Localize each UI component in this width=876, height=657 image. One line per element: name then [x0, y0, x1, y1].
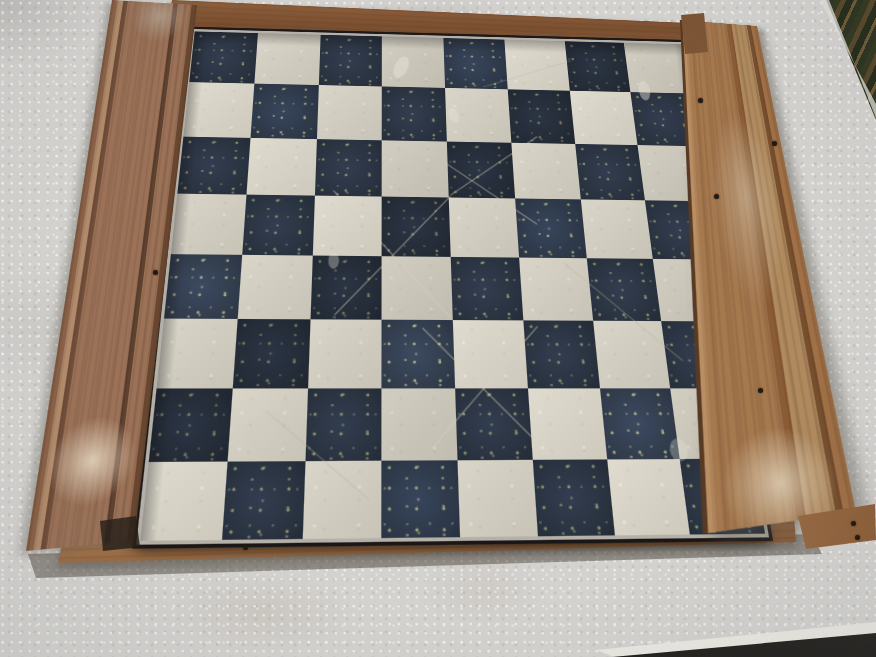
square-r6c7 [593, 321, 671, 388]
square-r7c5 [455, 388, 532, 460]
square-r6c2 [233, 319, 310, 388]
square-r1c6 [504, 40, 569, 91]
square-r3c4 [382, 140, 449, 197]
square-r5c2 [237, 255, 312, 320]
square-r3c3 [314, 139, 382, 197]
square-r2c5 [445, 88, 511, 142]
square-r8c7 [607, 459, 690, 536]
nail-hole [243, 545, 248, 550]
nail-hole [714, 194, 719, 199]
square-r4c4 [382, 196, 451, 257]
square-r4c6 [515, 198, 586, 258]
square-r7c2 [227, 388, 307, 461]
square-r3c2 [246, 137, 316, 195]
square-r7c3 [305, 388, 382, 461]
square-r8c6 [532, 459, 614, 536]
square-r2c3 [316, 85, 382, 140]
nail-hole [153, 270, 158, 275]
square-r2c4 [382, 87, 447, 141]
square-r4c1 [171, 193, 246, 254]
square-r3c5 [447, 141, 515, 198]
square-r1c3 [318, 35, 382, 87]
square-r1c7 [564, 41, 630, 92]
square-r5c5 [451, 257, 523, 321]
square-r2c2 [250, 84, 318, 139]
nail-hole [772, 141, 777, 146]
square-r4c2 [242, 194, 314, 255]
nail-hole [855, 535, 860, 540]
square-r6c3 [308, 320, 382, 388]
square-r5c1 [164, 254, 242, 319]
square-r6c1 [157, 319, 238, 388]
square-r5c3 [310, 256, 382, 320]
square-r1c2 [254, 33, 320, 85]
nail-hole [758, 388, 763, 393]
square-r8c1 [140, 461, 227, 541]
square-r1c5 [443, 38, 507, 90]
nail-hole [698, 98, 703, 103]
square-r5c4 [382, 256, 453, 320]
square-r8c4 [382, 460, 461, 538]
checkerboard [136, 29, 769, 545]
square-r7c6 [528, 388, 607, 460]
square-r2c6 [508, 90, 575, 144]
square-r5c7 [586, 258, 661, 321]
square-r4c5 [449, 197, 519, 257]
nail-hole [851, 521, 856, 526]
photo-scene: { "meta": { "type": "photograph", "descr… [0, 0, 876, 657]
board-grid [140, 31, 765, 540]
square-r3c6 [511, 142, 580, 199]
square-r7c4 [382, 388, 458, 461]
square-r8c2 [222, 461, 305, 540]
square-r8c5 [458, 460, 538, 538]
square-r8c3 [302, 460, 382, 539]
square-r3c7 [575, 143, 645, 200]
square-r6c6 [523, 321, 599, 388]
square-r1c1 [189, 31, 257, 83]
square-r2c1 [183, 82, 254, 137]
square-r2c7 [569, 91, 637, 145]
square-r1c4 [382, 36, 445, 88]
square-r4c7 [580, 199, 653, 259]
square-r7c1 [149, 388, 233, 462]
square-r5c6 [519, 258, 593, 321]
square-r6c4 [382, 320, 455, 388]
square-r3c1 [177, 136, 250, 194]
square-r4c3 [312, 195, 382, 256]
square-r6c5 [453, 320, 528, 388]
square-r7c7 [599, 388, 680, 459]
